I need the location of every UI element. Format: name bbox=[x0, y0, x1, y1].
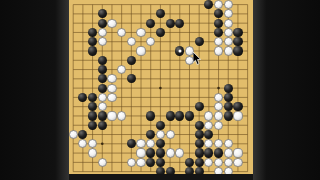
white-stone bbox=[107, 74, 116, 83]
white-stone bbox=[214, 121, 223, 130]
black-stone bbox=[224, 93, 233, 102]
letterbox-right bbox=[253, 0, 320, 180]
white-stone bbox=[233, 148, 242, 157]
black-stone bbox=[88, 93, 97, 102]
black-stone bbox=[98, 65, 107, 74]
black-stone bbox=[98, 121, 107, 130]
black-stone bbox=[233, 37, 242, 46]
white-stone bbox=[107, 84, 116, 93]
black-stone bbox=[233, 28, 242, 37]
black-stone bbox=[175, 111, 184, 120]
go-board[interactable] bbox=[69, 0, 253, 174]
black-stone bbox=[214, 28, 223, 37]
star-point bbox=[101, 143, 104, 146]
white-stone bbox=[117, 111, 126, 120]
black-stone bbox=[224, 84, 233, 93]
white-stone bbox=[214, 46, 223, 55]
black-stone bbox=[156, 158, 165, 167]
last-move-marker bbox=[178, 49, 181, 52]
white-stone bbox=[98, 102, 107, 111]
black-stone bbox=[98, 56, 107, 65]
black-stone bbox=[195, 121, 204, 130]
black-stone bbox=[195, 102, 204, 111]
white-stone bbox=[107, 19, 116, 28]
black-stone bbox=[214, 148, 223, 157]
white-stone bbox=[204, 111, 213, 120]
white-stone bbox=[127, 158, 136, 167]
black-stone bbox=[156, 121, 165, 130]
black-stone bbox=[185, 158, 194, 167]
black-stone bbox=[166, 111, 175, 120]
black-stone bbox=[88, 46, 97, 55]
white-stone bbox=[69, 130, 78, 139]
white-stone bbox=[166, 130, 175, 139]
white-stone bbox=[98, 158, 107, 167]
black-stone bbox=[127, 56, 136, 65]
white-stone bbox=[224, 158, 233, 167]
black-stone bbox=[195, 37, 204, 46]
white-stone bbox=[107, 111, 116, 120]
white-stone bbox=[98, 93, 107, 102]
screenshot-root bbox=[0, 0, 320, 180]
white-stone bbox=[224, 148, 233, 157]
black-stone bbox=[88, 121, 97, 130]
white-stone bbox=[224, 28, 233, 37]
white-stone bbox=[233, 158, 242, 167]
black-stone bbox=[195, 158, 204, 167]
black-stone bbox=[175, 46, 184, 55]
black-stone bbox=[98, 84, 107, 93]
white-stone bbox=[233, 111, 242, 120]
black-stone bbox=[98, 111, 107, 120]
black-stone bbox=[156, 148, 165, 157]
white-stone bbox=[98, 28, 107, 37]
black-stone bbox=[175, 19, 184, 28]
black-stone bbox=[195, 130, 204, 139]
white-stone bbox=[88, 148, 97, 157]
black-stone bbox=[214, 19, 223, 28]
white-stone bbox=[156, 130, 165, 139]
white-stone bbox=[214, 158, 223, 167]
white-stone bbox=[224, 19, 233, 28]
black-stone bbox=[156, 28, 165, 37]
white-stone bbox=[136, 158, 145, 167]
black-stone bbox=[224, 111, 233, 120]
white-stone bbox=[185, 56, 194, 65]
black-stone bbox=[195, 148, 204, 157]
white-stone bbox=[185, 46, 194, 55]
black-stone bbox=[185, 111, 194, 120]
white-stone bbox=[214, 93, 223, 102]
black-stone bbox=[224, 102, 233, 111]
black-stone bbox=[146, 148, 155, 157]
star-point bbox=[217, 87, 220, 90]
white-stone bbox=[166, 148, 175, 157]
black-stone bbox=[166, 19, 175, 28]
white-stone bbox=[107, 93, 116, 102]
white-stone bbox=[224, 37, 233, 46]
black-stone bbox=[233, 46, 242, 55]
white-stone bbox=[136, 28, 145, 37]
white-stone bbox=[224, 0, 233, 9]
star-point bbox=[159, 87, 162, 90]
white-stone bbox=[136, 148, 145, 157]
letterbox-bottom bbox=[69, 174, 253, 180]
white-stone bbox=[175, 148, 184, 157]
white-stone bbox=[136, 46, 145, 55]
black-stone bbox=[88, 111, 97, 120]
black-stone bbox=[233, 102, 242, 111]
black-stone bbox=[204, 148, 213, 157]
letterbox-left bbox=[0, 0, 69, 180]
black-stone bbox=[146, 19, 155, 28]
black-stone bbox=[146, 111, 155, 120]
black-stone bbox=[98, 19, 107, 28]
white-stone bbox=[136, 139, 145, 148]
white-stone bbox=[224, 46, 233, 55]
white-stone bbox=[214, 111, 223, 120]
